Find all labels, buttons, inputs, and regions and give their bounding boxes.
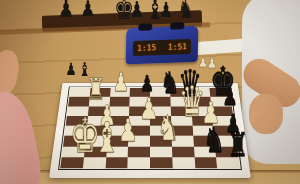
- white-pawn-c7[interactable]: ♟: [113, 69, 130, 95]
- white-pawn-d2[interactable]: ♟: [118, 115, 138, 146]
- black-knight-e6[interactable]: ♞: [160, 68, 179, 98]
- black-knight-g1[interactable]: ♞: [203, 123, 226, 158]
- white-bishop-c1[interactable]: ♝: [93, 117, 120, 159]
- white-knight-e2[interactable]: ♞: [157, 111, 180, 146]
- black-rook-h1[interactable]: ♜: [227, 128, 248, 161]
- pieces-layer: ♟♟♞♛♚♜♟♛♟♟♟♟♞♟♚♝♞♜: [0, 0, 300, 184]
- tournament-scene: ♟♟♚♟♝♟♞♟♝♟♟ 1:15 1:51 ♟♟♞♛♚♜♟♛♟♟♟♟♞♟♚♝♞♜: [0, 0, 300, 184]
- black-pawn-h5[interactable]: ♟: [222, 85, 237, 109]
